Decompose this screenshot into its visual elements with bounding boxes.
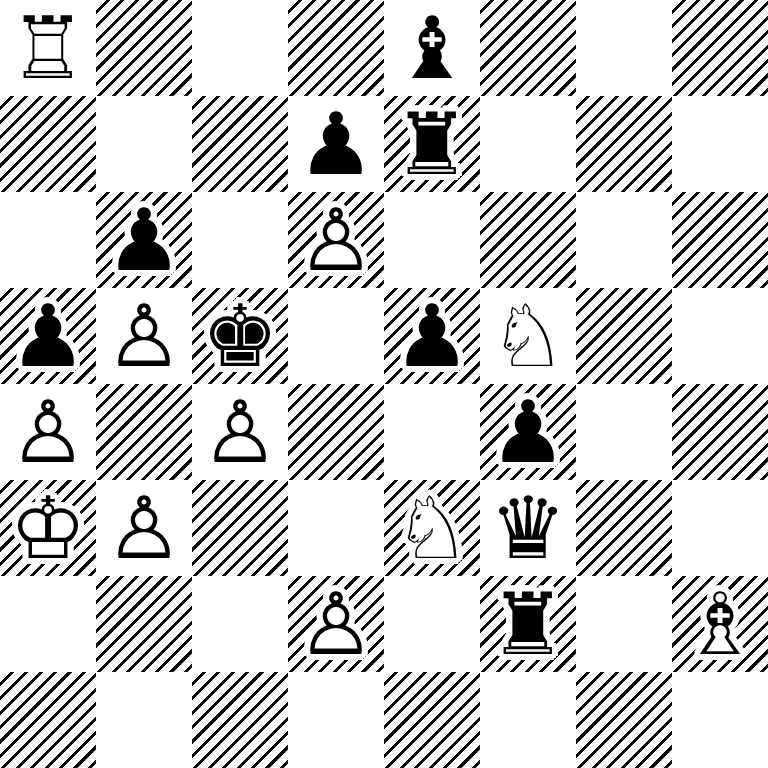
- square-d6[interactable]: ♟♙: [288, 192, 384, 288]
- square-e7[interactable]: ♜♜: [384, 96, 480, 192]
- piece-glyph: ♙: [96, 288, 192, 384]
- piece-glyph: ♙: [192, 384, 288, 480]
- square-d3[interactable]: [288, 480, 384, 576]
- square-f4[interactable]: ♟♟: [480, 384, 576, 480]
- square-h6[interactable]: [672, 192, 768, 288]
- square-a3[interactable]: ♚♔: [0, 480, 96, 576]
- piece-glyph: ♝: [384, 0, 480, 96]
- square-a8[interactable]: ♜♖: [0, 0, 96, 96]
- square-f6[interactable]: [480, 192, 576, 288]
- piece-white-knight[interactable]: ♞♘: [384, 480, 480, 576]
- square-h4[interactable]: [672, 384, 768, 480]
- square-c3[interactable]: [192, 480, 288, 576]
- piece-black-rook[interactable]: ♜♜: [480, 576, 576, 672]
- square-c4[interactable]: ♟♙: [192, 384, 288, 480]
- square-d2[interactable]: ♟♙: [288, 576, 384, 672]
- square-d7[interactable]: ♟♟: [288, 96, 384, 192]
- piece-white-rook[interactable]: ♜♖: [0, 0, 96, 96]
- square-h1[interactable]: [672, 672, 768, 768]
- piece-black-pawn[interactable]: ♟♟: [480, 384, 576, 480]
- square-e8[interactable]: ♝♝: [384, 0, 480, 96]
- square-a7[interactable]: [0, 96, 96, 192]
- square-e5[interactable]: ♟♟: [384, 288, 480, 384]
- square-f1[interactable]: [480, 672, 576, 768]
- square-f3[interactable]: ♛♛: [480, 480, 576, 576]
- piece-glyph: ♘: [384, 480, 480, 576]
- square-g2[interactable]: [576, 576, 672, 672]
- piece-glyph: ♖: [0, 0, 96, 96]
- square-b1[interactable]: [96, 672, 192, 768]
- square-c2[interactable]: [192, 576, 288, 672]
- piece-black-pawn[interactable]: ♟♟: [96, 192, 192, 288]
- piece-glyph: ♚: [192, 288, 288, 384]
- piece-glyph: ♙: [0, 384, 96, 480]
- square-d8[interactable]: [288, 0, 384, 96]
- piece-white-knight[interactable]: ♞♘: [480, 288, 576, 384]
- square-h7[interactable]: [672, 96, 768, 192]
- square-g8[interactable]: [576, 0, 672, 96]
- piece-black-queen[interactable]: ♛♛: [480, 480, 576, 576]
- square-f7[interactable]: [480, 96, 576, 192]
- square-b5[interactable]: ♟♙: [96, 288, 192, 384]
- square-d5[interactable]: [288, 288, 384, 384]
- piece-glyph: ♘: [480, 288, 576, 384]
- piece-glyph: ♔: [0, 480, 96, 576]
- piece-black-pawn[interactable]: ♟♟: [288, 96, 384, 192]
- piece-glyph: ♜: [384, 96, 480, 192]
- square-g7[interactable]: [576, 96, 672, 192]
- square-h8[interactable]: [672, 0, 768, 96]
- square-b8[interactable]: [96, 0, 192, 96]
- square-h2[interactable]: ♝♗: [672, 576, 768, 672]
- square-c6[interactable]: [192, 192, 288, 288]
- piece-white-pawn[interactable]: ♟♙: [288, 192, 384, 288]
- square-f8[interactable]: [480, 0, 576, 96]
- piece-glyph: ♟: [480, 384, 576, 480]
- square-a2[interactable]: [0, 576, 96, 672]
- square-e6[interactable]: [384, 192, 480, 288]
- piece-black-king[interactable]: ♚♚: [192, 288, 288, 384]
- square-c7[interactable]: [192, 96, 288, 192]
- square-g6[interactable]: [576, 192, 672, 288]
- square-e1[interactable]: [384, 672, 480, 768]
- square-b6[interactable]: ♟♟: [96, 192, 192, 288]
- piece-glyph: ♙: [288, 192, 384, 288]
- square-b2[interactable]: [96, 576, 192, 672]
- piece-white-pawn[interactable]: ♟♙: [288, 576, 384, 672]
- piece-glyph: ♟: [288, 96, 384, 192]
- square-b7[interactable]: [96, 96, 192, 192]
- square-d4[interactable]: [288, 384, 384, 480]
- square-e4[interactable]: [384, 384, 480, 480]
- square-f2[interactable]: ♜♜: [480, 576, 576, 672]
- square-b4[interactable]: [96, 384, 192, 480]
- square-c8[interactable]: [192, 0, 288, 96]
- piece-glyph: ♟: [384, 288, 480, 384]
- piece-white-bishop[interactable]: ♝♗: [672, 576, 768, 672]
- square-a1[interactable]: [0, 672, 96, 768]
- piece-white-pawn[interactable]: ♟♙: [0, 384, 96, 480]
- square-d1[interactable]: [288, 672, 384, 768]
- square-c5[interactable]: ♚♚: [192, 288, 288, 384]
- square-a6[interactable]: [0, 192, 96, 288]
- square-h3[interactable]: [672, 480, 768, 576]
- piece-white-pawn[interactable]: ♟♙: [96, 288, 192, 384]
- square-g1[interactable]: [576, 672, 672, 768]
- piece-white-king[interactable]: ♚♔: [0, 480, 96, 576]
- piece-glyph: ♗: [672, 576, 768, 672]
- square-e2[interactable]: [384, 576, 480, 672]
- square-b3[interactable]: ♟♙: [96, 480, 192, 576]
- piece-black-bishop[interactable]: ♝♝: [384, 0, 480, 96]
- piece-glyph: ♜: [480, 576, 576, 672]
- square-c1[interactable]: [192, 672, 288, 768]
- piece-white-pawn[interactable]: ♟♙: [192, 384, 288, 480]
- piece-glyph: ♙: [288, 576, 384, 672]
- piece-glyph: ♟: [96, 192, 192, 288]
- square-g4[interactable]: [576, 384, 672, 480]
- piece-white-pawn[interactable]: ♟♙: [96, 480, 192, 576]
- piece-glyph: ♛: [480, 480, 576, 576]
- square-h5[interactable]: [672, 288, 768, 384]
- square-g5[interactable]: [576, 288, 672, 384]
- piece-glyph: ♟: [0, 288, 96, 384]
- square-g3[interactable]: [576, 480, 672, 576]
- piece-black-pawn[interactable]: ♟♟: [384, 288, 480, 384]
- square-f5[interactable]: ♞♘: [480, 288, 576, 384]
- piece-black-rook[interactable]: ♜♜: [384, 96, 480, 192]
- piece-black-pawn[interactable]: ♟♟: [0, 288, 96, 384]
- chess-board: ♜♖♝♝♟♟♜♜♟♟♟♙♟♟♟♙♚♚♟♟♞♘♟♙♟♙♟♟♚♔♟♙♞♘♛♛♟♙♜♜…: [0, 0, 768, 768]
- square-e3[interactable]: ♞♘: [384, 480, 480, 576]
- piece-glyph: ♙: [96, 480, 192, 576]
- square-a5[interactable]: ♟♟: [0, 288, 96, 384]
- square-a4[interactable]: ♟♙: [0, 384, 96, 480]
